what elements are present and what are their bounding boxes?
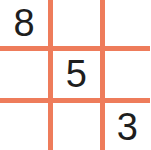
cell-r2c2[interactable]: 5	[53, 51, 101, 99]
cell-r2c3[interactable]	[105, 51, 151, 99]
cell-r2c1[interactable]	[0, 51, 48, 99]
cell-r3c3[interactable]: 3	[105, 103, 151, 150]
cell-r3c2[interactable]	[53, 103, 101, 150]
cell-r3c1[interactable]	[0, 103, 48, 150]
sudoku-board: 853	[0, 0, 150, 150]
cell-r1c3[interactable]	[105, 0, 151, 46]
cell-r1c2[interactable]	[53, 0, 101, 46]
cell-r1c1[interactable]: 8	[0, 0, 48, 46]
